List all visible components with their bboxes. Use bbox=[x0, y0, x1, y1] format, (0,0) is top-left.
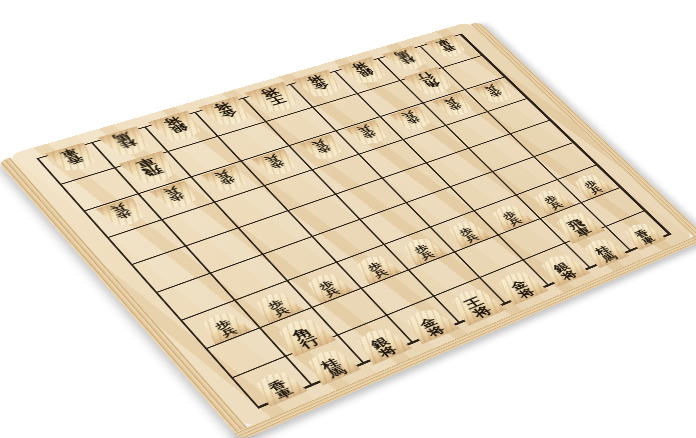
shogi-board: 香車桂馬銀将金将王将金将銀将桂馬香車飛車角行歩兵歩兵歩兵歩兵歩兵歩兵歩兵歩兵歩兵… bbox=[8, 22, 694, 428]
photo-background: 香車桂馬銀将金将王将金将銀将桂馬香車飛車角行歩兵歩兵歩兵歩兵歩兵歩兵歩兵歩兵歩兵… bbox=[0, 0, 696, 438]
